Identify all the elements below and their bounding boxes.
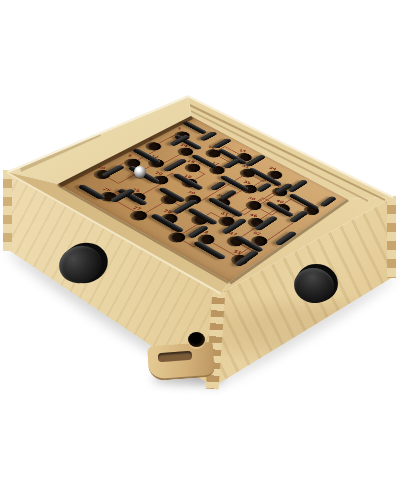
finger-joints-right-edge [387,196,396,278]
labyrinth-game-photo: 5791014122616182025151719282731302934353… [0,0,400,480]
ball-return-tray [147,342,215,382]
ball-exit-hole [188,332,205,347]
finger-joints-left-edge [3,170,12,251]
